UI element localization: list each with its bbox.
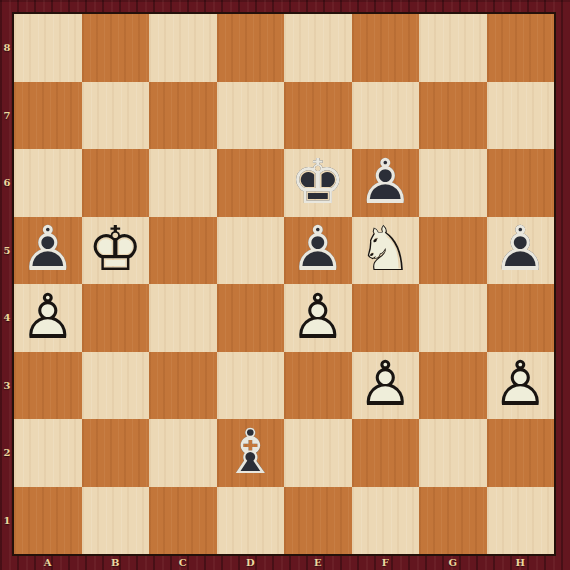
pawn-outline-icon: ♙ <box>290 218 346 280</box>
rank-label-6: 6 <box>0 149 14 217</box>
pawn-outline-icon: ♙ <box>290 286 346 348</box>
square-h2[interactable] <box>487 419 555 487</box>
rank-label-8: 8 <box>0 14 14 82</box>
square-a8[interactable] <box>14 14 82 82</box>
square-d1[interactable] <box>217 487 285 555</box>
file-label-c: C <box>149 554 217 570</box>
square-c6[interactable] <box>149 149 217 217</box>
pawn-outline-icon: ♙ <box>20 286 76 348</box>
black-pawn-h5[interactable]: ♟♙ <box>487 217 555 285</box>
rank-label-4: 4 <box>0 284 14 352</box>
rank-labels: 87654321 <box>0 14 14 554</box>
rank-label-3: 3 <box>0 352 14 420</box>
square-h1[interactable] <box>487 487 555 555</box>
rank-label-5: 5 <box>0 217 14 285</box>
square-g5[interactable] <box>419 217 487 285</box>
pawn-outline-icon: ♙ <box>492 218 548 280</box>
square-e1[interactable] <box>284 487 352 555</box>
file-label-d: D <box>217 554 285 570</box>
king-outline-icon: ♔ <box>87 218 143 280</box>
knight-outline-icon: ♘ <box>357 218 413 280</box>
file-label-a: A <box>14 554 82 570</box>
square-b8[interactable] <box>82 14 150 82</box>
square-h7[interactable] <box>487 82 555 150</box>
white-pawn-a4[interactable]: ♟♙ <box>14 284 82 352</box>
square-g3[interactable] <box>419 352 487 420</box>
square-b4[interactable] <box>82 284 150 352</box>
square-h6[interactable] <box>487 149 555 217</box>
white-knight-f5[interactable]: ♞♘ <box>352 217 420 285</box>
square-d8[interactable] <box>217 14 285 82</box>
square-e2[interactable] <box>284 419 352 487</box>
pawn-outline-icon: ♙ <box>357 151 413 213</box>
pawn-outline-icon: ♙ <box>492 353 548 415</box>
rank-label-7: 7 <box>0 82 14 150</box>
square-e7[interactable] <box>284 82 352 150</box>
square-a7[interactable] <box>14 82 82 150</box>
square-f1[interactable] <box>352 487 420 555</box>
square-f4[interactable] <box>352 284 420 352</box>
white-pawn-h3[interactable]: ♟♙ <box>487 352 555 420</box>
square-b3[interactable] <box>82 352 150 420</box>
square-b2[interactable] <box>82 419 150 487</box>
white-pawn-e4[interactable]: ♟♙ <box>284 284 352 352</box>
square-c5[interactable] <box>149 217 217 285</box>
square-g4[interactable] <box>419 284 487 352</box>
square-d7[interactable] <box>217 82 285 150</box>
square-g6[interactable] <box>419 149 487 217</box>
square-g8[interactable] <box>419 14 487 82</box>
file-label-b: B <box>82 554 150 570</box>
square-f7[interactable] <box>352 82 420 150</box>
file-label-f: F <box>352 554 420 570</box>
square-c4[interactable] <box>149 284 217 352</box>
rank-label-2: 2 <box>0 419 14 487</box>
file-label-h: H <box>487 554 555 570</box>
square-e8[interactable] <box>284 14 352 82</box>
board-frame: { "game": "chess", "position": { "fen": … <box>0 0 570 570</box>
bishop-outline-icon: ♗ <box>222 421 278 483</box>
square-b1[interactable] <box>82 487 150 555</box>
square-f2[interactable] <box>352 419 420 487</box>
square-h4[interactable] <box>487 284 555 352</box>
pawn-outline-icon: ♙ <box>357 353 413 415</box>
file-labels: ABCDEFGH <box>14 554 554 570</box>
square-c3[interactable] <box>149 352 217 420</box>
square-d3[interactable] <box>217 352 285 420</box>
square-b7[interactable] <box>82 82 150 150</box>
square-b6[interactable] <box>82 149 150 217</box>
square-d4[interactable] <box>217 284 285 352</box>
black-pawn-f6[interactable]: ♟♙ <box>352 149 420 217</box>
square-a2[interactable] <box>14 419 82 487</box>
square-c8[interactable] <box>149 14 217 82</box>
black-pawn-a5[interactable]: ♟♙ <box>14 217 82 285</box>
square-g2[interactable] <box>419 419 487 487</box>
king-outline-icon: ♔ <box>290 151 346 213</box>
square-c1[interactable] <box>149 487 217 555</box>
white-king-b5[interactable]: ♚♔ <box>82 217 150 285</box>
square-f8[interactable] <box>352 14 420 82</box>
square-a1[interactable] <box>14 487 82 555</box>
square-c2[interactable] <box>149 419 217 487</box>
square-c7[interactable] <box>149 82 217 150</box>
pawn-outline-icon: ♙ <box>20 218 76 280</box>
square-g7[interactable] <box>419 82 487 150</box>
black-bishop-d2[interactable]: ♝♗ <box>217 419 285 487</box>
file-label-e: E <box>284 554 352 570</box>
white-pawn-f3[interactable]: ♟♙ <box>352 352 420 420</box>
square-g1[interactable] <box>419 487 487 555</box>
square-e3[interactable] <box>284 352 352 420</box>
file-label-g: G <box>419 554 487 570</box>
square-h8[interactable] <box>487 14 555 82</box>
black-pawn-e5[interactable]: ♟♙ <box>284 217 352 285</box>
square-d5[interactable] <box>217 217 285 285</box>
square-a3[interactable] <box>14 352 82 420</box>
rank-label-1: 1 <box>0 487 14 555</box>
board: ♚♔♟♙♟♙♚♔♟♙♞♘♟♙♟♙♟♙♟♙♟♙♝♗ <box>14 14 554 554</box>
square-d6[interactable] <box>217 149 285 217</box>
black-king-e6[interactable]: ♚♔ <box>284 149 352 217</box>
square-a6[interactable] <box>14 149 82 217</box>
